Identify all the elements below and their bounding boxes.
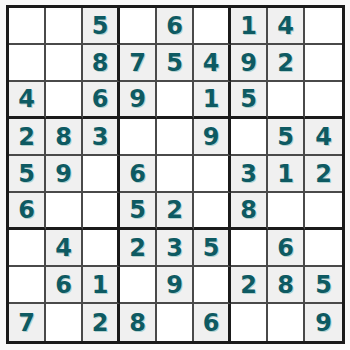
cell-r9c8[interactable] — [268, 304, 305, 341]
cell-r5c7[interactable]: 3 — [231, 156, 268, 193]
cell-r1c2[interactable] — [46, 8, 83, 45]
cell-r4c7[interactable] — [231, 119, 268, 156]
cell-r9c4[interactable]: 8 — [120, 304, 157, 341]
cell-r6c9[interactable] — [305, 193, 342, 230]
cell-r8c4[interactable] — [120, 267, 157, 304]
cell-r9c2[interactable] — [46, 304, 83, 341]
cell-r4c8[interactable]: 5 — [268, 119, 305, 156]
cell-r9c7[interactable] — [231, 304, 268, 341]
cell-r3c3[interactable]: 6 — [83, 82, 120, 119]
cell-r7c4[interactable]: 2 — [120, 230, 157, 267]
cell-r2c2[interactable] — [46, 45, 83, 82]
cell-r9c6[interactable]: 6 — [194, 304, 231, 341]
cell-r1c6[interactable] — [194, 8, 231, 45]
cell-r7c6[interactable]: 5 — [194, 230, 231, 267]
cell-r8c9[interactable]: 5 — [305, 267, 342, 304]
cell-r9c5[interactable] — [157, 304, 194, 341]
cell-r2c8[interactable]: 2 — [268, 45, 305, 82]
cell-r3c8[interactable] — [268, 82, 305, 119]
cell-r5c9[interactable]: 2 — [305, 156, 342, 193]
page: 5614875492469152839545963126528423566192… — [0, 0, 350, 350]
cell-r7c8[interactable]: 6 — [268, 230, 305, 267]
cell-r3c6[interactable]: 1 — [194, 82, 231, 119]
cell-r1c8[interactable]: 4 — [268, 8, 305, 45]
cell-r7c1[interactable] — [9, 230, 46, 267]
cell-r6c6[interactable] — [194, 193, 231, 230]
cell-r2c1[interactable] — [9, 45, 46, 82]
cell-r4c5[interactable] — [157, 119, 194, 156]
cell-r8c3[interactable]: 1 — [83, 267, 120, 304]
cell-r3c7[interactable]: 5 — [231, 82, 268, 119]
cell-r7c7[interactable] — [231, 230, 268, 267]
cell-r3c2[interactable] — [46, 82, 83, 119]
cell-r6c2[interactable] — [46, 193, 83, 230]
cell-r5c6[interactable] — [194, 156, 231, 193]
cell-r1c5[interactable]: 6 — [157, 8, 194, 45]
cell-r2c3[interactable]: 8 — [83, 45, 120, 82]
cell-r1c3[interactable]: 5 — [83, 8, 120, 45]
cell-r5c5[interactable] — [157, 156, 194, 193]
cell-r1c4[interactable] — [120, 8, 157, 45]
cell-r4c1[interactable]: 2 — [9, 119, 46, 156]
cell-r7c2[interactable]: 4 — [46, 230, 83, 267]
cell-r2c9[interactable] — [305, 45, 342, 82]
cell-r4c2[interactable]: 8 — [46, 119, 83, 156]
cell-r2c5[interactable]: 5 — [157, 45, 194, 82]
cell-r3c1[interactable]: 4 — [9, 82, 46, 119]
cell-r9c9[interactable]: 9 — [305, 304, 342, 341]
cell-r5c4[interactable]: 6 — [120, 156, 157, 193]
cell-r1c7[interactable]: 1 — [231, 8, 268, 45]
cell-r8c5[interactable]: 9 — [157, 267, 194, 304]
cell-r2c4[interactable]: 7 — [120, 45, 157, 82]
sudoku-board: 5614875492469152839545963126528423566192… — [6, 5, 345, 344]
cell-r3c9[interactable] — [305, 82, 342, 119]
cell-r5c2[interactable]: 9 — [46, 156, 83, 193]
cell-r2c6[interactable]: 4 — [194, 45, 231, 82]
cell-r6c5[interactable]: 2 — [157, 193, 194, 230]
cell-r8c7[interactable]: 2 — [231, 267, 268, 304]
cell-r6c3[interactable] — [83, 193, 120, 230]
cell-r6c7[interactable]: 8 — [231, 193, 268, 230]
cell-r6c4[interactable]: 5 — [120, 193, 157, 230]
cell-r4c9[interactable]: 4 — [305, 119, 342, 156]
cell-r5c8[interactable]: 1 — [268, 156, 305, 193]
cell-r8c6[interactable] — [194, 267, 231, 304]
cell-r5c3[interactable] — [83, 156, 120, 193]
cell-r1c1[interactable] — [9, 8, 46, 45]
cell-r9c1[interactable]: 7 — [9, 304, 46, 341]
cell-r9c3[interactable]: 2 — [83, 304, 120, 341]
cell-r4c4[interactable] — [120, 119, 157, 156]
cell-r7c5[interactable]: 3 — [157, 230, 194, 267]
cell-r8c2[interactable]: 6 — [46, 267, 83, 304]
cell-r7c9[interactable] — [305, 230, 342, 267]
cell-r7c3[interactable] — [83, 230, 120, 267]
cell-r8c1[interactable] — [9, 267, 46, 304]
cell-r4c6[interactable]: 9 — [194, 119, 231, 156]
cell-r6c1[interactable]: 6 — [9, 193, 46, 230]
cell-r5c1[interactable]: 5 — [9, 156, 46, 193]
cell-r1c9[interactable] — [305, 8, 342, 45]
cell-r2c7[interactable]: 9 — [231, 45, 268, 82]
cell-r3c5[interactable] — [157, 82, 194, 119]
cell-r4c3[interactable]: 3 — [83, 119, 120, 156]
cell-r8c8[interactable]: 8 — [268, 267, 305, 304]
cell-r6c8[interactable] — [268, 193, 305, 230]
cell-r3c4[interactable]: 9 — [120, 82, 157, 119]
